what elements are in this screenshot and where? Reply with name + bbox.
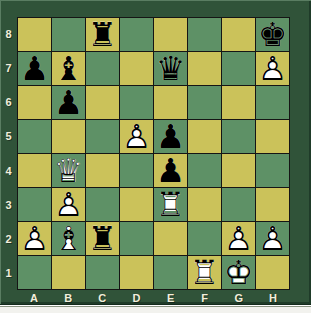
square-f6[interactable] [188,86,221,119]
white-rook[interactable]: ♜♖ [154,188,187,221]
square-c1[interactable] [86,256,119,289]
white-bishop-glyph-over: ♗ [54,222,84,255]
white-pawn-glyph-over: ♙ [258,222,288,255]
white-pawn[interactable]: ♟♙ [52,188,85,221]
rank-label-4: 4 [5,165,11,177]
square-a2[interactable]: ♟♙ [18,222,51,255]
black-rook-glyph-over: ♜ [88,18,118,51]
square-h5[interactable] [256,120,289,153]
file-label-f: F [201,292,208,304]
square-g5[interactable] [222,120,255,153]
page: 87654321 ♖♜♔♚♙♟♗♝♕♛♟♙♙♟♟♙♙♟♛♕♙♟♟♙♜♖♟♙♝♗♖… [0,0,311,313]
black-pawn-glyph-over: ♟ [156,120,186,153]
square-c4[interactable] [86,154,119,187]
white-king[interactable]: ♚♔ [222,256,255,289]
square-h8[interactable]: ♔♚ [256,18,289,51]
square-g4[interactable] [222,154,255,187]
square-d7[interactable] [120,52,153,85]
square-c8[interactable]: ♖♜ [86,18,119,51]
white-rook[interactable]: ♜♖ [188,256,221,289]
square-g1[interactable]: ♚♔ [222,256,255,289]
rank-label-8: 8 [5,28,11,40]
square-g8[interactable] [222,18,255,51]
square-b1[interactable] [52,256,85,289]
rank-labels: 87654321 [0,17,17,290]
square-f8[interactable] [188,18,221,51]
black-pawn[interactable]: ♙♟ [18,52,51,85]
file-label-e: E [167,292,174,304]
square-a7[interactable]: ♙♟ [18,52,51,85]
square-a5[interactable] [18,120,51,153]
black-pawn-glyph-over: ♟ [20,52,50,85]
square-a3[interactable] [18,188,51,221]
black-queen[interactable]: ♕♛ [154,52,187,85]
black-rook[interactable]: ♖♜ [86,222,119,255]
white-pawn[interactable]: ♟♙ [256,222,289,255]
square-g3[interactable] [222,188,255,221]
square-d6[interactable] [120,86,153,119]
square-c6[interactable] [86,86,119,119]
square-b6[interactable]: ♙♟ [52,86,85,119]
square-e7[interactable]: ♕♛ [154,52,187,85]
file-label-b: B [64,292,72,304]
square-e6[interactable] [154,86,187,119]
square-c7[interactable] [86,52,119,85]
black-pawn[interactable]: ♙♟ [154,154,187,187]
square-b7[interactable]: ♗♝ [52,52,85,85]
square-e4[interactable]: ♙♟ [154,154,187,187]
white-queen-glyph-over: ♕ [54,154,84,187]
square-c3[interactable] [86,188,119,221]
square-f7[interactable] [188,52,221,85]
square-f3[interactable] [188,188,221,221]
square-c2[interactable]: ♖♜ [86,222,119,255]
square-g2[interactable]: ♟♙ [222,222,255,255]
square-d8[interactable] [120,18,153,51]
square-b5[interactable] [52,120,85,153]
black-pawn-glyph-over: ♟ [156,154,186,187]
white-pawn-glyph-over: ♙ [258,52,288,85]
square-b8[interactable] [52,18,85,51]
square-b4[interactable]: ♛♕ [52,154,85,187]
rank-label-3: 3 [5,199,11,211]
square-a1[interactable] [18,256,51,289]
rank-label-5: 5 [5,130,11,142]
square-h7[interactable]: ♟♙ [256,52,289,85]
white-pawn[interactable]: ♟♙ [120,120,153,153]
black-pawn-glyph-over: ♟ [54,86,84,119]
white-pawn-glyph-over: ♙ [224,222,254,255]
black-bishop[interactable]: ♗♝ [52,52,85,85]
square-e1[interactable] [154,256,187,289]
square-e2[interactable] [154,222,187,255]
square-d3[interactable] [120,188,153,221]
black-king[interactable]: ♔♚ [256,18,289,51]
file-labels: ABCDEFGH [17,291,290,305]
file-label-d: D [132,292,140,304]
square-h3[interactable] [256,188,289,221]
square-g6[interactable] [222,86,255,119]
square-h2[interactable]: ♟♙ [256,222,289,255]
black-pawn[interactable]: ♙♟ [154,120,187,153]
white-pawn[interactable]: ♟♙ [256,52,289,85]
square-a6[interactable] [18,86,51,119]
file-label-a: A [30,292,38,304]
black-queen-glyph-over: ♛ [156,52,186,85]
square-d5[interactable]: ♟♙ [120,120,153,153]
square-a8[interactable] [18,18,51,51]
white-pawn[interactable]: ♟♙ [222,222,255,255]
square-e8[interactable] [154,18,187,51]
square-d4[interactable] [120,154,153,187]
file-label-g: G [235,292,244,304]
square-h6[interactable] [256,86,289,119]
square-f1[interactable]: ♜♖ [188,256,221,289]
black-rook-glyph-over: ♜ [88,222,118,255]
rank-label-7: 7 [5,62,11,74]
file-label-h: H [269,292,277,304]
square-f2[interactable] [188,222,221,255]
square-c5[interactable] [86,120,119,153]
white-pawn-glyph-over: ♙ [20,222,50,255]
square-b2[interactable]: ♝♗ [52,222,85,255]
square-f5[interactable] [188,120,221,153]
square-a4[interactable] [18,154,51,187]
square-d2[interactable] [120,222,153,255]
black-king-glyph-over: ♚ [258,18,288,51]
white-rook-glyph-over: ♖ [190,256,220,289]
square-h4[interactable] [256,154,289,187]
rank-label-6: 6 [5,96,11,108]
page-margin [0,306,311,313]
square-e5[interactable]: ♙♟ [154,120,187,153]
square-f4[interactable] [188,154,221,187]
rank-label-2: 2 [5,233,11,245]
white-queen[interactable]: ♛♕ [52,154,85,187]
black-pawn[interactable]: ♙♟ [52,86,85,119]
black-bishop-glyph-over: ♝ [54,52,84,85]
black-rook[interactable]: ♖♜ [86,18,119,51]
square-b3[interactable]: ♟♙ [52,188,85,221]
white-rook-glyph-over: ♖ [156,188,186,221]
square-e3[interactable]: ♜♖ [154,188,187,221]
square-d1[interactable] [120,256,153,289]
white-pawn-glyph-over: ♙ [122,120,152,153]
file-label-c: C [98,292,106,304]
white-pawn[interactable]: ♟♙ [18,222,51,255]
white-pawn-glyph-over: ♙ [54,188,84,221]
chessboard: ♖♜♔♚♙♟♗♝♕♛♟♙♙♟♟♙♙♟♛♕♙♟♟♙♜♖♟♙♝♗♖♜♟♙♟♙♜♖♚♔ [17,17,290,290]
white-king-glyph-over: ♔ [224,256,254,289]
white-bishop[interactable]: ♝♗ [52,222,85,255]
square-h1[interactable] [256,256,289,289]
square-g7[interactable] [222,52,255,85]
rank-label-1: 1 [5,267,11,279]
